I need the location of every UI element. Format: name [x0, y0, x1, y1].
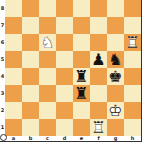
square-g6[interactable]: [107, 34, 124, 51]
square-c1[interactable]: [39, 119, 56, 136]
square-g7[interactable]: [107, 17, 124, 34]
square-h8[interactable]: [124, 0, 141, 17]
square-f7[interactable]: [90, 17, 107, 34]
piece-white-king-g2[interactable]: ♚♔: [107, 102, 124, 119]
black-rook-glyph: ♜: [73, 68, 90, 85]
piece-white-rook-h6[interactable]: ♜♖: [124, 34, 141, 51]
white-knight-outline: ♘: [39, 34, 56, 51]
piece-black-knight-g5[interactable]: ♞: [107, 51, 124, 68]
black-king-glyph: ♚: [107, 68, 124, 85]
white-to-move-indicator: [0, 134, 7, 141]
square-h4[interactable]: [124, 68, 141, 85]
square-d8[interactable]: [56, 0, 73, 17]
square-d5[interactable]: [56, 51, 73, 68]
square-d3[interactable]: [56, 85, 73, 102]
square-h6[interactable]: ♜♖: [124, 34, 141, 51]
file-label-h: h: [124, 136, 141, 141]
square-b5[interactable]: [22, 51, 39, 68]
rank-label-8: 8: [0, 0, 5, 17]
chess-board: ♞♘♜♖♟♞♜♚♜♚♔♜♖: [5, 0, 141, 136]
square-d1[interactable]: [56, 119, 73, 136]
square-e2[interactable]: [73, 102, 90, 119]
square-g1[interactable]: [107, 119, 124, 136]
square-c7[interactable]: [39, 17, 56, 34]
square-f3[interactable]: [90, 85, 107, 102]
square-b7[interactable]: [22, 17, 39, 34]
white-rook-outline: ♖: [124, 34, 141, 51]
chess-diagram: ♞♘♜♖♟♞♜♚♜♚♔♜♖ 87654321 abcdefgh: [0, 0, 142, 142]
file-label-c: c: [39, 136, 56, 141]
square-c6[interactable]: ♞♘: [39, 34, 56, 51]
square-e3[interactable]: ♜: [73, 85, 90, 102]
white-king-outline: ♔: [107, 102, 124, 119]
square-h2[interactable]: [124, 102, 141, 119]
square-h7[interactable]: [124, 17, 141, 34]
rank-label-6: 6: [0, 34, 5, 51]
square-h5[interactable]: [124, 51, 141, 68]
square-b4[interactable]: [22, 68, 39, 85]
file-label-f: f: [90, 136, 107, 141]
square-a4[interactable]: [5, 68, 22, 85]
square-a2[interactable]: [5, 102, 22, 119]
square-e8[interactable]: [73, 0, 90, 17]
square-f8[interactable]: [90, 0, 107, 17]
square-e5[interactable]: [73, 51, 90, 68]
rank-label-7: 7: [0, 17, 5, 34]
square-b3[interactable]: [22, 85, 39, 102]
rank-labels: 87654321: [0, 0, 5, 136]
black-rook-glyph: ♜: [73, 85, 90, 102]
piece-black-king-g4[interactable]: ♚: [107, 68, 124, 85]
black-knight-glyph: ♞: [107, 51, 124, 68]
square-d4[interactable]: [56, 68, 73, 85]
square-a3[interactable]: [5, 85, 22, 102]
piece-black-rook-e4[interactable]: ♜: [73, 68, 90, 85]
square-a7[interactable]: [5, 17, 22, 34]
square-a8[interactable]: [5, 0, 22, 17]
black-pawn-glyph: ♟: [90, 51, 107, 68]
file-label-g: g: [107, 136, 124, 141]
file-label-b: b: [22, 136, 39, 141]
piece-white-rook-f1[interactable]: ♜♖: [90, 119, 107, 136]
square-e4[interactable]: ♜: [73, 68, 90, 85]
square-b2[interactable]: [22, 102, 39, 119]
piece-black-rook-e3[interactable]: ♜: [73, 85, 90, 102]
rank-label-2: 2: [0, 102, 5, 119]
square-g8[interactable]: [107, 0, 124, 17]
square-h3[interactable]: [124, 85, 141, 102]
square-f1[interactable]: ♜♖: [90, 119, 107, 136]
square-b1[interactable]: [22, 119, 39, 136]
square-a1[interactable]: [5, 119, 22, 136]
square-f4[interactable]: [90, 68, 107, 85]
square-b8[interactable]: [22, 0, 39, 17]
square-g2[interactable]: ♚♔: [107, 102, 124, 119]
rank-label-3: 3: [0, 85, 5, 102]
file-label-a: a: [5, 136, 22, 141]
file-label-e: e: [73, 136, 90, 141]
square-c4[interactable]: [39, 68, 56, 85]
square-f5[interactable]: ♟: [90, 51, 107, 68]
square-f6[interactable]: [90, 34, 107, 51]
square-a6[interactable]: [5, 34, 22, 51]
square-c3[interactable]: [39, 85, 56, 102]
file-label-d: d: [56, 136, 73, 141]
square-d2[interactable]: [56, 102, 73, 119]
square-e6[interactable]: [73, 34, 90, 51]
piece-white-knight-c6[interactable]: ♞♘: [39, 34, 56, 51]
square-e1[interactable]: [73, 119, 90, 136]
square-c8[interactable]: [39, 0, 56, 17]
file-labels: abcdefgh: [5, 136, 141, 141]
square-d6[interactable]: [56, 34, 73, 51]
square-c2[interactable]: [39, 102, 56, 119]
square-g5[interactable]: ♞: [107, 51, 124, 68]
square-d7[interactable]: [56, 17, 73, 34]
square-b6[interactable]: [22, 34, 39, 51]
square-g3[interactable]: [107, 85, 124, 102]
rank-label-5: 5: [0, 51, 5, 68]
square-h1[interactable]: [124, 119, 141, 136]
square-f2[interactable]: [90, 102, 107, 119]
square-e7[interactable]: [73, 17, 90, 34]
white-rook-outline: ♖: [90, 119, 107, 136]
square-g4[interactable]: ♚: [107, 68, 124, 85]
rank-label-4: 4: [0, 68, 5, 85]
piece-black-pawn-f5[interactable]: ♟: [90, 51, 107, 68]
square-a5[interactable]: [5, 51, 22, 68]
square-c5[interactable]: [39, 51, 56, 68]
